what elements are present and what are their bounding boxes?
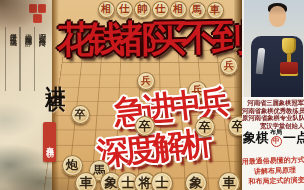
- credential-line: 河南省三届象棋冠军: [242, 99, 304, 107]
- piece-black-卒[interactable]: 卒: [135, 116, 155, 136]
- logo-left-text: 象棋: [243, 129, 269, 147]
- main-title: 花钱都买不到: [57, 12, 244, 65]
- credential-line: 河南省象棋优秀教练员: [242, 107, 304, 115]
- piece-black-車[interactable]: 車: [218, 172, 240, 190]
- red-seal-text: 布局精讲: [43, 140, 56, 144]
- logo-badge-icon: 中: [271, 136, 282, 147]
- video-thumbnail: 丹阳城高秋海阔青嶂洞深书画静饼屏田连山鸟至 讲棋 布局精讲 相仕帥仕相馬車兵兵兵…: [0, 0, 304, 190]
- logo-stack: 布局 中: [270, 129, 282, 147]
- tagline-list: 用最通俗易懂的方式讲解布局原理和布局定式的演变: [241, 155, 304, 187]
- coach-photo: [242, 0, 304, 97]
- poem-column: 饼屏田连山鸟至: [5, 27, 20, 91]
- poem-column: 青嶂洞深书画静: [20, 27, 34, 91]
- seal-block-icon: [33, 14, 42, 23]
- piece-black-炮[interactable]: 炮: [62, 155, 83, 176]
- seal-block-icon: [38, 4, 46, 13]
- tagline-line: 和布局定式的演变: [242, 175, 304, 187]
- poem-columns: 丹阳城高秋海阔青嶂洞深书画静饼屏田连山鸟至: [5, 27, 48, 91]
- piece-black-士[interactable]: 士: [151, 172, 173, 190]
- red-seal-stamp: 布局精讲: [43, 122, 56, 162]
- trophy-stem-icon: [287, 54, 291, 62]
- credentials-list: 河南省三届象棋冠军河南省象棋优秀教练员原河南省象棋专业队队员宽汉学堂创始人: [242, 99, 304, 129]
- artist-seal-icon: [29, 4, 47, 24]
- seal-block-icon: [29, 4, 37, 13]
- piece-black-車[interactable]: 車: [75, 172, 97, 190]
- piece-black-象[interactable]: 象: [185, 172, 207, 190]
- trophy-base-icon: [280, 62, 298, 76]
- piece-black-卒[interactable]: 卒: [195, 117, 215, 137]
- vertical-title: 讲棋: [43, 70, 70, 82]
- logo-stack-top: 布局: [270, 129, 282, 135]
- channel-logo: 象棋 布局 中 一点通: [243, 129, 304, 147]
- trophy-cup-icon: [282, 38, 296, 54]
- logo-right-text: 一点通: [283, 129, 304, 147]
- coach-face: [269, 6, 286, 27]
- piece-black-卒[interactable]: 卒: [71, 105, 90, 124]
- right-panel: 河南省三届象棋冠军河南省象棋优秀教练员原河南省象棋专业队队员宽汉学堂创始人 象棋…: [242, 0, 304, 190]
- credential-line: 原河南省象棋专业队队员: [242, 114, 304, 122]
